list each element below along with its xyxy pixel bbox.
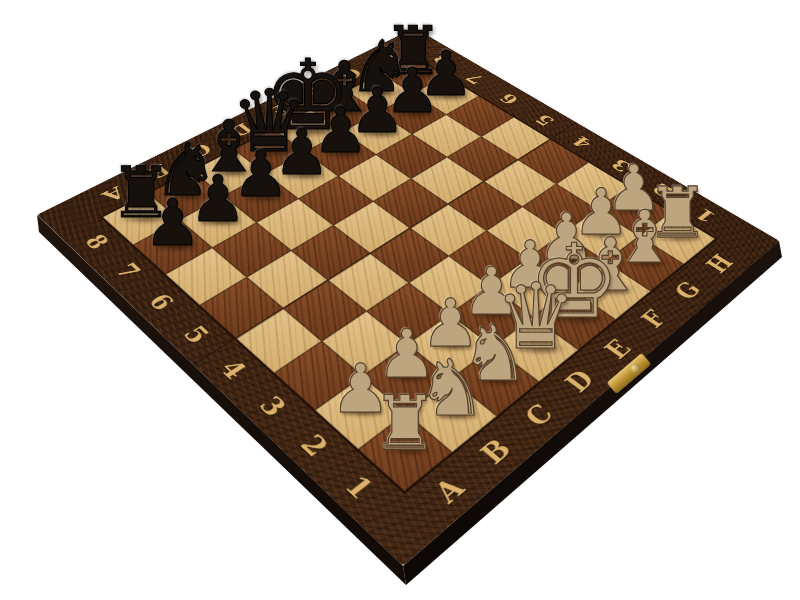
latch-pin-icon	[629, 362, 642, 375]
chess-set-photo: 8765432187654321ABCDEFGHABCDEFGH ♜♞♝♛♚♝♞…	[0, 0, 800, 600]
piece-black-pawn-a7[interactable]: ♟	[144, 191, 202, 256]
piece-white-rook-a1[interactable]: ♜	[372, 387, 439, 462]
